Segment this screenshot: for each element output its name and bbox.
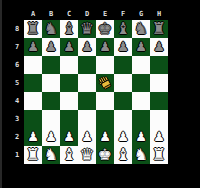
square-b7[interactable]: ♟	[42, 38, 60, 56]
file-labels: ABCDEFGH	[24, 10, 168, 19]
file-label-f: F	[114, 10, 132, 19]
screen-edge	[0, 0, 2, 188]
white-pawn: ♟	[63, 128, 75, 146]
square-d2[interactable]: ♟	[78, 128, 96, 146]
square-f6[interactable]	[114, 56, 132, 74]
square-c2[interactable]: ♟	[60, 128, 78, 146]
file-label-e: E	[96, 10, 114, 19]
square-g3[interactable]	[132, 110, 150, 128]
rank-label-1: 1	[12, 146, 22, 164]
square-b1[interactable]: ♞	[42, 146, 60, 164]
white-rook: ♜	[26, 146, 40, 164]
square-h3[interactable]	[150, 110, 168, 128]
square-h2[interactable]: ♟	[150, 128, 168, 146]
black-rook: ♜	[152, 20, 166, 38]
square-g1[interactable]: ♞	[132, 146, 150, 164]
rank-label-8: 8	[12, 20, 22, 38]
rank-labels: 87654321	[12, 20, 22, 164]
square-f4[interactable]	[114, 92, 132, 110]
square-b2[interactable]: ♟	[42, 128, 60, 146]
square-e6[interactable]	[96, 56, 114, 74]
black-pawn: ♟	[99, 38, 111, 56]
square-d5[interactable]	[78, 74, 96, 92]
square-a7[interactable]: ♟	[24, 38, 42, 56]
square-b3[interactable]	[42, 110, 60, 128]
white-pawn: ♟	[81, 128, 93, 146]
white-knight: ♞	[44, 146, 58, 164]
rank-label-3: 3	[12, 110, 22, 128]
square-c1[interactable]: ♝	[60, 146, 78, 164]
white-pawn: ♟	[99, 128, 111, 146]
square-a1[interactable]: ♜	[24, 146, 42, 164]
square-e5[interactable]	[96, 74, 114, 92]
square-h8[interactable]: ♜	[150, 20, 168, 38]
file-label-d: D	[78, 10, 96, 19]
white-pawn: ♟	[27, 128, 39, 146]
square-f7[interactable]: ♟	[114, 38, 132, 56]
square-d1[interactable]: ♛	[78, 146, 96, 164]
black-bishop: ♝	[62, 20, 76, 38]
chess-board: ♜♞♝♛♚♝♞♜♟♟♟♟♟♟♟♟♟♟♟♟♟♟♟♟♜♞♝♛♚♝♞♜	[24, 20, 168, 164]
square-h4[interactable]	[150, 92, 168, 110]
square-e3[interactable]	[96, 110, 114, 128]
square-h7[interactable]: ♟	[150, 38, 168, 56]
black-pawn: ♟	[81, 38, 93, 56]
square-e8[interactable]: ♚	[96, 20, 114, 38]
white-queen: ♛	[80, 146, 94, 164]
white-bishop: ♝	[116, 146, 130, 164]
white-pawn: ♟	[135, 128, 147, 146]
black-pawn: ♟	[153, 38, 165, 56]
rank-label-2: 2	[12, 128, 22, 146]
square-d3[interactable]	[78, 110, 96, 128]
square-f1[interactable]: ♝	[114, 146, 132, 164]
black-pawn: ♟	[135, 38, 147, 56]
square-g5[interactable]	[132, 74, 150, 92]
black-pawn: ♟	[27, 38, 39, 56]
black-bishop: ♝	[116, 20, 130, 38]
square-b4[interactable]	[42, 92, 60, 110]
square-h5[interactable]	[150, 74, 168, 92]
file-label-a: A	[24, 10, 42, 19]
file-label-h: H	[150, 10, 168, 19]
black-pawn: ♟	[45, 38, 57, 56]
white-pawn: ♟	[45, 128, 57, 146]
black-knight: ♞	[134, 20, 148, 38]
square-f2[interactable]: ♟	[114, 128, 132, 146]
square-b8[interactable]: ♞	[42, 20, 60, 38]
square-a3[interactable]	[24, 110, 42, 128]
square-c3[interactable]	[60, 110, 78, 128]
rank-label-7: 7	[12, 38, 22, 56]
square-d8[interactable]: ♛	[78, 20, 96, 38]
file-label-b: B	[42, 10, 60, 19]
square-h6[interactable]	[150, 56, 168, 74]
square-a8[interactable]: ♜	[24, 20, 42, 38]
square-a2[interactable]: ♟	[24, 128, 42, 146]
white-pawn: ♟	[117, 128, 129, 146]
white-rook: ♜	[152, 146, 166, 164]
square-f5[interactable]	[114, 74, 132, 92]
square-e7[interactable]: ♟	[96, 38, 114, 56]
square-f3[interactable]	[114, 110, 132, 128]
black-rook: ♜	[26, 20, 40, 38]
white-bishop: ♝	[62, 146, 76, 164]
square-e4[interactable]	[96, 92, 114, 110]
black-pawn: ♟	[63, 38, 75, 56]
file-label-g: G	[132, 10, 150, 19]
rank-label-6: 6	[12, 56, 22, 74]
square-a4[interactable]	[24, 92, 42, 110]
square-g8[interactable]: ♞	[132, 20, 150, 38]
black-king: ♚	[98, 20, 112, 38]
square-b5[interactable]	[42, 74, 60, 92]
square-c7[interactable]: ♟	[60, 38, 78, 56]
file-label-c: C	[60, 10, 78, 19]
square-a6[interactable]	[24, 56, 42, 74]
white-knight: ♞	[134, 146, 148, 164]
white-pawn: ♟	[153, 128, 165, 146]
square-e2[interactable]: ♟	[96, 128, 114, 146]
square-b6[interactable]	[42, 56, 60, 74]
square-d7[interactable]: ♟	[78, 38, 96, 56]
square-c8[interactable]: ♝	[60, 20, 78, 38]
game-screen: ABCDEFGH 87654321 ♜♞♝♛♚♝♞♜♟♟♟♟♟♟♟♟♟♟♟♟♟♟…	[0, 0, 200, 188]
square-g2[interactable]: ♟	[132, 128, 150, 146]
square-f8[interactable]: ♝	[114, 20, 132, 38]
black-pawn: ♟	[117, 38, 129, 56]
rank-label-4: 4	[12, 92, 22, 110]
square-c4[interactable]	[60, 92, 78, 110]
square-a5[interactable]	[24, 74, 42, 92]
rank-label-5: 5	[12, 74, 22, 92]
square-h1[interactable]: ♜	[150, 146, 168, 164]
black-knight: ♞	[44, 20, 58, 38]
square-d6[interactable]	[78, 56, 96, 74]
square-g6[interactable]	[132, 56, 150, 74]
square-e1[interactable]: ♚	[96, 146, 114, 164]
white-king: ♚	[98, 146, 112, 164]
square-d4[interactable]	[78, 92, 96, 110]
square-c5[interactable]	[60, 74, 78, 92]
square-c6[interactable]	[60, 56, 78, 74]
square-g4[interactable]	[132, 92, 150, 110]
black-queen: ♛	[80, 20, 94, 38]
square-g7[interactable]: ♟	[132, 38, 150, 56]
